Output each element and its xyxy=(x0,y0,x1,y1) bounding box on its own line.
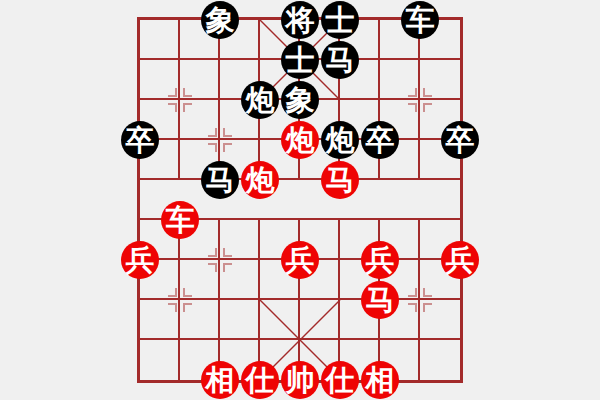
piece-black-cannon[interactable]: 炮 xyxy=(321,121,359,159)
piece-red-horse[interactable]: 马 xyxy=(321,161,359,199)
piece-red-horse[interactable]: 马 xyxy=(361,281,399,319)
piece-black-advisor[interactable]: 士 xyxy=(281,41,319,79)
piece-black-chariot[interactable]: 车 xyxy=(401,1,439,39)
piece-black-soldier[interactable]: 卒 xyxy=(121,121,159,159)
xiangqi-board: 象将士车士马炮象卒炮炮卒卒马炮马车兵兵兵兵马相仕帅仕相 xyxy=(137,17,463,383)
screenshot-root: { "game": "xiangqi", "position": { "boar… xyxy=(0,0,600,400)
piece-red-cannon[interactable]: 炮 xyxy=(281,121,319,159)
piece-black-cannon[interactable]: 炮 xyxy=(241,81,279,119)
piece-black-general[interactable]: 将 xyxy=(281,1,319,39)
piece-black-elephant[interactable]: 象 xyxy=(201,1,239,39)
app-background: 象将士车士马炮象卒炮炮卒卒马炮马车兵兵兵兵马相仕帅仕相 xyxy=(0,0,600,400)
piece-red-elephant[interactable]: 相 xyxy=(361,361,399,399)
piece-black-soldier[interactable]: 卒 xyxy=(441,121,479,159)
piece-black-elephant[interactable]: 象 xyxy=(281,81,319,119)
piece-red-advisor[interactable]: 仕 xyxy=(241,361,279,399)
piece-red-elephant[interactable]: 相 xyxy=(201,361,239,399)
piece-layer: 象将士车士马炮象卒炮炮卒卒马炮马车兵兵兵兵马相仕帅仕相 xyxy=(140,20,460,380)
piece-red-cannon[interactable]: 炮 xyxy=(241,161,279,199)
piece-black-horse[interactable]: 马 xyxy=(321,41,359,79)
piece-red-soldier[interactable]: 兵 xyxy=(281,241,319,279)
piece-red-soldier[interactable]: 兵 xyxy=(121,241,159,279)
piece-black-soldier[interactable]: 卒 xyxy=(361,121,399,159)
piece-black-horse[interactable]: 马 xyxy=(201,161,239,199)
piece-red-general[interactable]: 帅 xyxy=(281,361,319,399)
piece-red-soldier[interactable]: 兵 xyxy=(441,241,479,279)
piece-black-advisor[interactable]: 士 xyxy=(321,1,359,39)
piece-red-advisor[interactable]: 仕 xyxy=(321,361,359,399)
piece-red-soldier[interactable]: 兵 xyxy=(361,241,399,279)
piece-red-chariot[interactable]: 车 xyxy=(161,201,199,239)
